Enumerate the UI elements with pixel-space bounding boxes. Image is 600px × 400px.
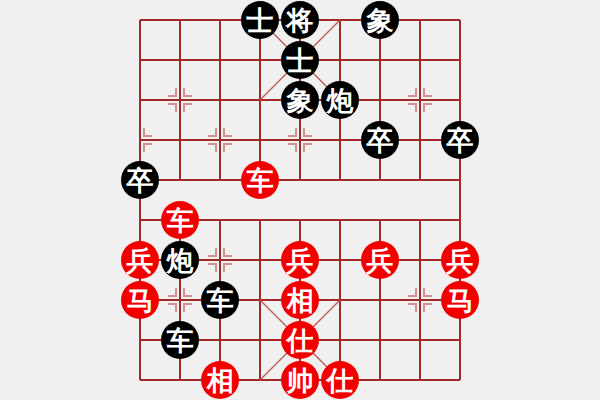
app-background: 士将象士象炮卒卒卒车车兵炮兵兵兵马车相马车仕相帅仕 <box>0 0 600 400</box>
piece-red-horse[interactable]: 马 <box>441 281 479 319</box>
piece-black-pawn[interactable]: 卒 <box>361 121 399 159</box>
piece-black-advisor[interactable]: 士 <box>241 1 279 39</box>
piece-black-king[interactable]: 将 <box>281 1 319 39</box>
piece-red-king[interactable]: 帅 <box>281 361 319 399</box>
piece-red-pawn[interactable]: 兵 <box>281 241 319 279</box>
piece-red-horse[interactable]: 马 <box>121 281 159 319</box>
piece-black-chariot[interactable]: 车 <box>201 281 239 319</box>
piece-red-pawn[interactable]: 兵 <box>441 241 479 279</box>
piece-red-elephant[interactable]: 相 <box>201 361 239 399</box>
piece-black-elephant[interactable]: 象 <box>361 1 399 39</box>
piece-black-pawn[interactable]: 卒 <box>441 121 479 159</box>
piece-red-chariot[interactable]: 车 <box>241 161 279 199</box>
piece-black-elephant[interactable]: 象 <box>281 81 319 119</box>
piece-black-cannon[interactable]: 炮 <box>161 241 199 279</box>
piece-red-elephant[interactable]: 相 <box>281 281 319 319</box>
piece-red-advisor[interactable]: 仕 <box>321 361 359 399</box>
pieces-layer: 士将象士象炮卒卒卒车车兵炮兵兵兵马车相马车仕相帅仕 <box>120 0 480 400</box>
piece-black-advisor[interactable]: 士 <box>281 41 319 79</box>
piece-red-advisor[interactable]: 仕 <box>281 321 319 359</box>
xiangqi-board[interactable]: 士将象士象炮卒卒卒车车兵炮兵兵兵马车相马车仕相帅仕 <box>120 0 480 400</box>
piece-black-chariot[interactable]: 车 <box>161 321 199 359</box>
piece-black-cannon[interactable]: 炮 <box>321 81 359 119</box>
piece-red-pawn[interactable]: 兵 <box>121 241 159 279</box>
piece-red-chariot[interactable]: 车 <box>161 201 199 239</box>
piece-red-pawn[interactable]: 兵 <box>361 241 399 279</box>
piece-black-pawn[interactable]: 卒 <box>121 161 159 199</box>
